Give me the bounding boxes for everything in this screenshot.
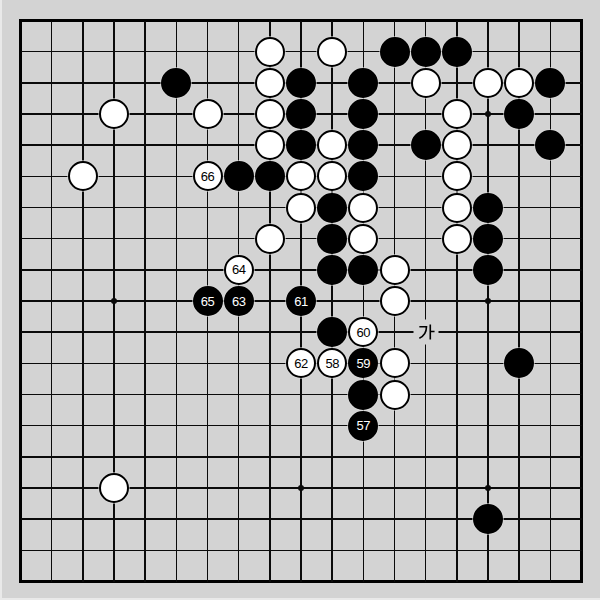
black-stone: [286, 99, 316, 129]
star-point: [485, 111, 491, 117]
black-stone: [348, 380, 378, 410]
white-stone: [380, 348, 410, 378]
black-stone: [286, 68, 316, 98]
white-stone: [317, 130, 347, 160]
white-stone: [442, 224, 472, 254]
move-number: 60: [357, 326, 370, 339]
move-number: 58: [325, 357, 338, 370]
black-stone: [286, 130, 316, 160]
white-stone: [317, 37, 347, 67]
black-stone: [317, 255, 347, 285]
white-stone-60: 60: [348, 317, 378, 347]
white-stone: [286, 161, 316, 191]
white-stone: [380, 255, 410, 285]
white-stone: [99, 473, 129, 503]
white-stone: [193, 99, 223, 129]
black-stone-61: 61: [286, 286, 316, 316]
white-stone: [68, 161, 98, 191]
black-stone: [504, 99, 534, 129]
grid-vertical-line: [331, 21, 333, 582]
black-stone: [317, 193, 347, 223]
black-stone: [348, 68, 378, 98]
move-number: 65: [201, 295, 214, 308]
black-stone: [161, 68, 191, 98]
black-stone: [348, 99, 378, 129]
black-stone: [380, 37, 410, 67]
go-diagram-page: 66646563616062585957: [0, 0, 600, 600]
move-number: 64: [232, 263, 245, 276]
move-number: 59: [357, 357, 370, 370]
white-stone: [442, 161, 472, 191]
grid-horizontal-line: [21, 425, 582, 427]
black-stone: [411, 130, 441, 160]
white-stone-58: 58: [317, 348, 347, 378]
white-stone-64: 64: [224, 255, 254, 285]
black-stone: [473, 504, 503, 534]
white-stone: [348, 224, 378, 254]
move-number: 61: [294, 295, 307, 308]
grid-vertical-line: [425, 21, 427, 582]
black-stone: [348, 130, 378, 160]
star-point: [485, 485, 491, 491]
white-stone: [473, 68, 503, 98]
black-stone: [317, 224, 347, 254]
black-stone: [442, 37, 472, 67]
white-stone: [442, 193, 472, 223]
white-stone: [99, 99, 129, 129]
black-stone-65: 65: [193, 286, 223, 316]
black-stone: [473, 193, 503, 223]
black-stone-59: 59: [348, 348, 378, 378]
white-stone: [255, 99, 285, 129]
white-stone: [255, 224, 285, 254]
move-number: 57: [357, 419, 370, 432]
black-stone: [317, 317, 347, 347]
white-stone: [255, 130, 285, 160]
move-number: 62: [294, 357, 307, 370]
grid-horizontal-line: [21, 394, 582, 396]
black-stone: [473, 255, 503, 285]
black-stone: [411, 37, 441, 67]
white-stone-66: 66: [193, 161, 223, 191]
white-stone: [255, 37, 285, 67]
grid-horizontal-line: [21, 550, 582, 552]
white-stone: [411, 68, 441, 98]
black-stone-57: 57: [348, 411, 378, 441]
black-stone: [224, 161, 254, 191]
move-number: 63: [232, 295, 245, 308]
white-stone: [255, 68, 285, 98]
grid-horizontal-line: [21, 456, 582, 458]
white-stone: [348, 193, 378, 223]
star-point: [298, 485, 304, 491]
black-stone: [504, 348, 534, 378]
white-stone: [286, 193, 316, 223]
black-stone: [535, 130, 565, 160]
white-stone: [380, 286, 410, 316]
star-point: [485, 298, 491, 304]
white-stone: [504, 68, 534, 98]
star-point: [111, 298, 117, 304]
white-stone-62: 62: [286, 348, 316, 378]
white-stone: [442, 99, 472, 129]
white-stone: [380, 380, 410, 410]
point-label-ga: [413, 320, 438, 345]
grid-horizontal-line: [21, 331, 582, 333]
black-stone: [348, 161, 378, 191]
black-stone-63: 63: [224, 286, 254, 316]
white-stone: [317, 161, 347, 191]
grid-vertical-line: [550, 21, 552, 582]
move-number: 66: [201, 170, 214, 183]
black-stone: [535, 68, 565, 98]
black-stone: [348, 255, 378, 285]
black-stone: [473, 224, 503, 254]
black-stone: [255, 161, 285, 191]
hangul-ga-glyph: [416, 323, 435, 342]
white-stone: [442, 130, 472, 160]
